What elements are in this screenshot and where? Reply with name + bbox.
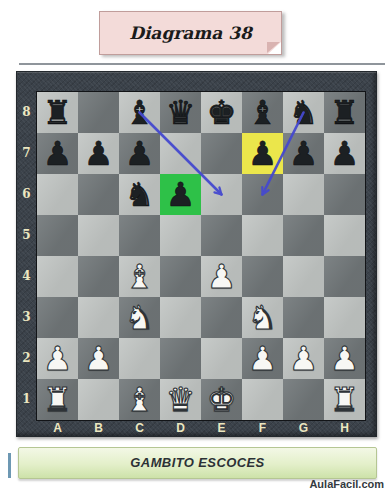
- square-h5: [324, 215, 365, 256]
- file-label: D: [160, 420, 201, 436]
- square-h6: [324, 174, 365, 215]
- piece-white-pawn: ♟: [242, 338, 283, 379]
- file-label: B: [78, 420, 119, 436]
- square-e1: ♚: [201, 379, 242, 420]
- square-c2: [119, 338, 160, 379]
- square-d1: ♛: [160, 379, 201, 420]
- piece-black-knight: ♞: [283, 92, 324, 133]
- opening-name-label: GAMBITO ESCOCES: [19, 448, 376, 478]
- rank-label: 8: [17, 92, 36, 133]
- rank-label: 1: [17, 379, 36, 420]
- file-labels: ABCDEFGH: [37, 420, 365, 436]
- square-b7: ♟: [78, 133, 119, 174]
- square-f7: ♟: [242, 133, 283, 174]
- square-c6: ♞: [119, 174, 160, 215]
- board-grid: ♜♝♛♚♝♞♜♟♟♟♟♟♟♞♟♝♟♞♞♟♟♟♟♟♜♝♛♚♜: [36, 91, 366, 421]
- square-a3: [37, 297, 78, 338]
- square-a8: ♜: [37, 92, 78, 133]
- square-c4: ♝: [119, 256, 160, 297]
- square-c8: ♝: [119, 92, 160, 133]
- file-label: G: [283, 420, 324, 436]
- piece-white-bishop: ♝: [119, 256, 160, 297]
- square-d5: [160, 215, 201, 256]
- square-e7: [201, 133, 242, 174]
- piece-white-pawn: ♟: [37, 338, 78, 379]
- horizontal-divider: [19, 63, 385, 65]
- square-b8: [78, 92, 119, 133]
- rank-label: 3: [17, 297, 36, 338]
- diagram-title-note: Diagrama 38: [99, 11, 282, 55]
- square-e3: [201, 297, 242, 338]
- square-b3: [78, 297, 119, 338]
- square-e4: ♟: [201, 256, 242, 297]
- square-h7: ♟: [324, 133, 365, 174]
- piece-black-pawn: ♟: [242, 133, 283, 174]
- square-b4: [78, 256, 119, 297]
- square-f8: ♝: [242, 92, 283, 133]
- square-e2: [201, 338, 242, 379]
- square-b1: [78, 379, 119, 420]
- piece-black-knight: ♞: [119, 174, 160, 215]
- piece-black-pawn: ♟: [283, 133, 324, 174]
- square-g6: [283, 174, 324, 215]
- square-g2: ♟: [283, 338, 324, 379]
- piece-black-bishop: ♝: [242, 92, 283, 133]
- file-label: H: [324, 420, 365, 436]
- square-f3: ♞: [242, 297, 283, 338]
- square-c7: ♟: [119, 133, 160, 174]
- square-f6: [242, 174, 283, 215]
- square-f5: [242, 215, 283, 256]
- piece-white-pawn: ♟: [201, 256, 242, 297]
- piece-black-rook: ♜: [324, 92, 365, 133]
- square-a6: [37, 174, 78, 215]
- piece-black-king: ♚: [201, 92, 242, 133]
- piece-black-bishop: ♝: [119, 92, 160, 133]
- square-h1: ♜: [324, 379, 365, 420]
- square-d8: ♛: [160, 92, 201, 133]
- rank-label: 5: [17, 215, 36, 256]
- note-fold-cut: [268, 42, 281, 54]
- piece-white-knight: ♞: [119, 297, 160, 338]
- piece-black-pawn: ♟: [324, 133, 365, 174]
- chess-board: 87654321 ♜♝♛♚♝♞♜♟♟♟♟♟♟♞♟♝♟♞♞♟♟♟♟♟♜♝♛♚♜ A…: [16, 71, 377, 437]
- square-h3: [324, 297, 365, 338]
- rank-label: 4: [17, 256, 36, 297]
- square-b2: ♟: [78, 338, 119, 379]
- square-a2: ♟: [37, 338, 78, 379]
- file-label: E: [201, 420, 242, 436]
- piece-black-pawn: ♟: [37, 133, 78, 174]
- piece-white-king: ♚: [201, 379, 242, 420]
- square-d3: [160, 297, 201, 338]
- square-f2: ♟: [242, 338, 283, 379]
- file-label: A: [37, 420, 78, 436]
- piece-white-pawn: ♟: [283, 338, 324, 379]
- square-d4: [160, 256, 201, 297]
- piece-black-pawn: ♟: [119, 133, 160, 174]
- blue-tick-mark: [8, 453, 11, 478]
- piece-white-pawn: ♟: [78, 338, 119, 379]
- square-a5: [37, 215, 78, 256]
- piece-white-rook: ♜: [37, 379, 78, 420]
- square-e8: ♚: [201, 92, 242, 133]
- square-g1: [283, 379, 324, 420]
- square-a1: ♜: [37, 379, 78, 420]
- square-c1: ♝: [119, 379, 160, 420]
- square-c5: [119, 215, 160, 256]
- square-b6: [78, 174, 119, 215]
- square-g3: [283, 297, 324, 338]
- file-label: C: [119, 420, 160, 436]
- piece-white-queen: ♛: [160, 379, 201, 420]
- piece-black-queen: ♛: [160, 92, 201, 133]
- square-d7: [160, 133, 201, 174]
- square-g8: ♞: [283, 92, 324, 133]
- piece-white-rook: ♜: [324, 379, 365, 420]
- piece-white-bishop: ♝: [119, 379, 160, 420]
- piece-black-pawn: ♟: [160, 174, 201, 215]
- diagram-page: Diagrama 38 87654321 ♜♝♛♚♝♞♜♟♟♟♟♟♟♞♟♝♟♞♞…: [0, 0, 388, 494]
- site-watermark: AulaFacil.com: [309, 478, 384, 490]
- square-d2: [160, 338, 201, 379]
- rank-label: 6: [17, 174, 36, 215]
- piece-white-knight: ♞: [242, 297, 283, 338]
- square-a7: ♟: [37, 133, 78, 174]
- square-g4: [283, 256, 324, 297]
- square-h4: [324, 256, 365, 297]
- diagram-title: Diagrama 38: [100, 12, 281, 54]
- square-c3: ♞: [119, 297, 160, 338]
- rank-label: 7: [17, 133, 36, 174]
- square-h2: ♟: [324, 338, 365, 379]
- square-f4: [242, 256, 283, 297]
- square-e6: [201, 174, 242, 215]
- square-a4: [37, 256, 78, 297]
- rank-labels: 87654321: [17, 92, 36, 420]
- square-f1: [242, 379, 283, 420]
- square-e5: [201, 215, 242, 256]
- square-b5: [78, 215, 119, 256]
- piece-black-pawn: ♟: [78, 133, 119, 174]
- caption-bar: GAMBITO ESCOCES: [18, 447, 377, 479]
- square-d6: ♟: [160, 174, 201, 215]
- rank-label: 2: [17, 338, 36, 379]
- piece-white-pawn: ♟: [324, 338, 365, 379]
- square-g5: [283, 215, 324, 256]
- piece-black-rook: ♜: [37, 92, 78, 133]
- file-label: F: [242, 420, 283, 436]
- square-g7: ♟: [283, 133, 324, 174]
- square-h8: ♜: [324, 92, 365, 133]
